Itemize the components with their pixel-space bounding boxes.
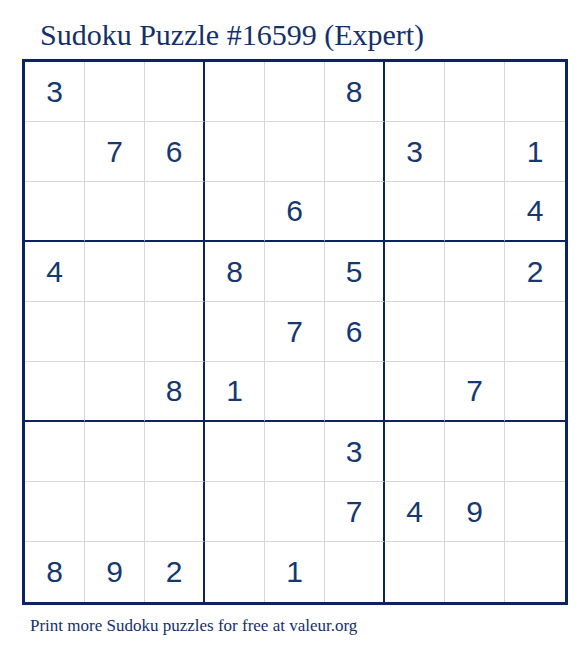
- cell-r8c5: [265, 482, 325, 542]
- page-title: Sudoku Puzzle #16599 (Expert): [40, 18, 424, 52]
- cell-r1c2: [85, 62, 145, 122]
- cell-r5c7: [385, 302, 445, 362]
- cell-r8c1: [25, 482, 85, 542]
- cell-r3c6: [325, 182, 385, 242]
- cell-r4c8: [445, 242, 505, 302]
- cell-r3c8: [445, 182, 505, 242]
- cell-r6c5: [265, 362, 325, 422]
- cell-r4c2: [85, 242, 145, 302]
- cell-r3c4: [205, 182, 265, 242]
- cell-r2c2: 7: [85, 122, 145, 182]
- cell-r8c4: [205, 482, 265, 542]
- cell-r5c3: [145, 302, 205, 362]
- cell-r4c6: 5: [325, 242, 385, 302]
- cell-r3c7: [385, 182, 445, 242]
- cell-r4c5: [265, 242, 325, 302]
- cell-r7c4: [205, 422, 265, 482]
- cell-r2c1: [25, 122, 85, 182]
- cell-r5c8: [445, 302, 505, 362]
- cell-r9c7: [385, 542, 445, 602]
- cell-r8c7: 4: [385, 482, 445, 542]
- cell-r8c3: [145, 482, 205, 542]
- cell-r4c9: 2: [505, 242, 565, 302]
- cell-r7c5: [265, 422, 325, 482]
- cell-r8c6: 7: [325, 482, 385, 542]
- cell-r6c8: 7: [445, 362, 505, 422]
- cell-r2c4: [205, 122, 265, 182]
- cell-r6c9: [505, 362, 565, 422]
- cell-r4c4: 8: [205, 242, 265, 302]
- cell-r5c2: [85, 302, 145, 362]
- cell-r5c9: [505, 302, 565, 362]
- cell-r5c5: 7: [265, 302, 325, 362]
- cell-r4c3: [145, 242, 205, 302]
- cell-r1c3: [145, 62, 205, 122]
- cell-r6c6: [325, 362, 385, 422]
- cell-r9c4: [205, 542, 265, 602]
- cell-r2c3: 6: [145, 122, 205, 182]
- cell-r2c5: [265, 122, 325, 182]
- cell-r1c1: 3: [25, 62, 85, 122]
- cell-r4c7: [385, 242, 445, 302]
- cell-r3c9: 4: [505, 182, 565, 242]
- cell-r9c8: [445, 542, 505, 602]
- cell-r1c5: [265, 62, 325, 122]
- cell-r9c2: 9: [85, 542, 145, 602]
- cell-r1c4: [205, 62, 265, 122]
- cell-r2c6: [325, 122, 385, 182]
- cell-r3c1: [25, 182, 85, 242]
- cell-r6c3: 8: [145, 362, 205, 422]
- cell-r1c9: [505, 62, 565, 122]
- cell-r7c9: [505, 422, 565, 482]
- sudoku-page: Sudoku Puzzle #16599 (Expert) 3876316448…: [0, 0, 580, 651]
- cell-r8c8: 9: [445, 482, 505, 542]
- cell-r9c3: 2: [145, 542, 205, 602]
- cell-r2c9: 1: [505, 122, 565, 182]
- cell-r7c3: [145, 422, 205, 482]
- cell-r6c2: [85, 362, 145, 422]
- cell-r2c8: [445, 122, 505, 182]
- cell-r4c1: 4: [25, 242, 85, 302]
- cell-r1c7: [385, 62, 445, 122]
- cell-r9c9: [505, 542, 565, 602]
- cell-r8c2: [85, 482, 145, 542]
- cell-r9c1: 8: [25, 542, 85, 602]
- cell-r6c1: [25, 362, 85, 422]
- cell-r5c6: 6: [325, 302, 385, 362]
- cell-r7c2: [85, 422, 145, 482]
- cell-r5c4: [205, 302, 265, 362]
- cell-r9c6: [325, 542, 385, 602]
- cell-r2c7: 3: [385, 122, 445, 182]
- cell-r7c1: [25, 422, 85, 482]
- cell-r3c5: 6: [265, 182, 325, 242]
- footer-text: Print more Sudoku puzzles for free at va…: [30, 616, 357, 636]
- cell-r1c8: [445, 62, 505, 122]
- cell-r6c7: [385, 362, 445, 422]
- cell-r3c3: [145, 182, 205, 242]
- sudoku-grid: 3876316448527681737498921: [22, 59, 568, 605]
- cell-r6c4: 1: [205, 362, 265, 422]
- cell-r9c5: 1: [265, 542, 325, 602]
- cell-r3c2: [85, 182, 145, 242]
- cell-r1c6: 8: [325, 62, 385, 122]
- cell-r5c1: [25, 302, 85, 362]
- cell-r7c7: [385, 422, 445, 482]
- cell-r8c9: [505, 482, 565, 542]
- cell-r7c6: 3: [325, 422, 385, 482]
- cell-r7c8: [445, 422, 505, 482]
